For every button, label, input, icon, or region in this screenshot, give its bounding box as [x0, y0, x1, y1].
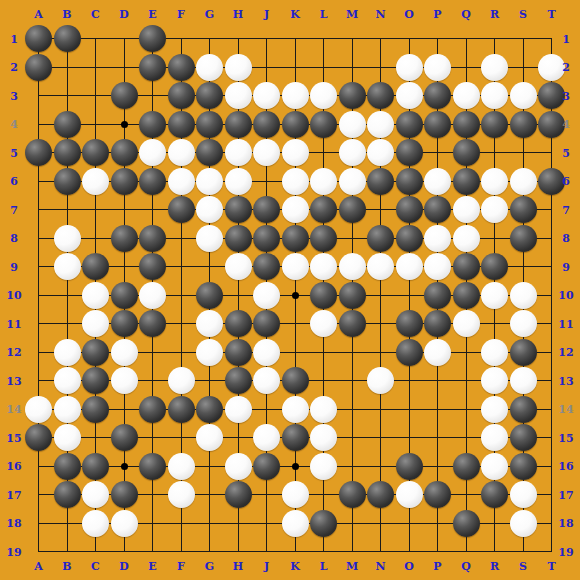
intersection-B14[interactable]: [53, 395, 82, 424]
intersection-D10[interactable]: [110, 281, 139, 310]
intersection-O10[interactable]: [395, 281, 424, 310]
intersection-L10[interactable]: [309, 281, 338, 310]
intersection-O3[interactable]: [395, 81, 424, 110]
intersection-C18[interactable]: [81, 509, 110, 538]
intersection-J12[interactable]: [252, 338, 281, 367]
intersection-Q8[interactable]: [452, 224, 481, 253]
intersection-B2[interactable]: [53, 53, 82, 82]
intersection-Q5[interactable]: [452, 138, 481, 167]
intersection-O7[interactable]: [395, 195, 424, 224]
intersection-P1[interactable]: [423, 24, 452, 53]
intersection-B15[interactable]: [53, 423, 82, 452]
intersection-Q9[interactable]: [452, 252, 481, 281]
intersection-P13[interactable]: [423, 366, 452, 395]
intersection-O8[interactable]: [395, 224, 424, 253]
intersection-D12[interactable]: [110, 338, 139, 367]
intersection-E14[interactable]: [138, 395, 167, 424]
intersection-P3[interactable]: [423, 81, 452, 110]
intersection-A9[interactable]: [24, 252, 53, 281]
intersection-S8[interactable]: [509, 224, 538, 253]
intersection-G14[interactable]: [195, 395, 224, 424]
intersection-L17[interactable]: [309, 480, 338, 509]
intersection-G2[interactable]: [195, 53, 224, 82]
intersection-S7[interactable]: [509, 195, 538, 224]
intersection-B4[interactable]: [53, 110, 82, 139]
intersection-Q11[interactable]: [452, 309, 481, 338]
intersection-F14[interactable]: [167, 395, 196, 424]
intersection-E18[interactable]: [138, 509, 167, 538]
intersection-D1[interactable]: [110, 24, 139, 53]
intersection-G16[interactable]: [195, 452, 224, 481]
intersection-H1[interactable]: [224, 24, 253, 53]
intersection-M7[interactable]: [338, 195, 367, 224]
intersection-D4[interactable]: [110, 110, 139, 139]
intersection-P14[interactable]: [423, 395, 452, 424]
intersection-R9[interactable]: [480, 252, 509, 281]
intersection-L3[interactable]: [309, 81, 338, 110]
intersection-L7[interactable]: [309, 195, 338, 224]
intersection-Q1[interactable]: [452, 24, 481, 53]
intersection-J10[interactable]: [252, 281, 281, 310]
intersection-J9[interactable]: [252, 252, 281, 281]
intersection-F6[interactable]: [167, 167, 196, 196]
intersection-E11[interactable]: [138, 309, 167, 338]
intersection-B5[interactable]: [53, 138, 82, 167]
intersection-O5[interactable]: [395, 138, 424, 167]
intersection-J13[interactable]: [252, 366, 281, 395]
intersection-B6[interactable]: [53, 167, 82, 196]
intersection-N8[interactable]: [366, 224, 395, 253]
intersection-P15[interactable]: [423, 423, 452, 452]
intersection-Q13[interactable]: [452, 366, 481, 395]
intersection-D6[interactable]: [110, 167, 139, 196]
intersection-Q15[interactable]: [452, 423, 481, 452]
intersection-S17[interactable]: [509, 480, 538, 509]
intersection-D18[interactable]: [110, 509, 139, 538]
intersection-D8[interactable]: [110, 224, 139, 253]
intersection-E3[interactable]: [138, 81, 167, 110]
intersection-G5[interactable]: [195, 138, 224, 167]
intersection-A4[interactable]: [24, 110, 53, 139]
intersection-S15[interactable]: [509, 423, 538, 452]
intersection-L18[interactable]: [309, 509, 338, 538]
intersection-S6[interactable]: [509, 167, 538, 196]
intersection-M5[interactable]: [338, 138, 367, 167]
intersection-N4[interactable]: [366, 110, 395, 139]
intersection-J17[interactable]: [252, 480, 281, 509]
intersection-A3[interactable]: [24, 81, 53, 110]
intersection-R4[interactable]: [480, 110, 509, 139]
intersection-O11[interactable]: [395, 309, 424, 338]
intersection-S5[interactable]: [509, 138, 538, 167]
intersection-C14[interactable]: [81, 395, 110, 424]
intersection-H17[interactable]: [224, 480, 253, 509]
intersection-D11[interactable]: [110, 309, 139, 338]
intersection-H8[interactable]: [224, 224, 253, 253]
intersection-J15[interactable]: [252, 423, 281, 452]
intersection-G4[interactable]: [195, 110, 224, 139]
intersection-B3[interactable]: [53, 81, 82, 110]
intersection-M2[interactable]: [338, 53, 367, 82]
intersection-E12[interactable]: [138, 338, 167, 367]
intersection-A18[interactable]: [24, 509, 53, 538]
intersection-F4[interactable]: [167, 110, 196, 139]
intersection-P11[interactable]: [423, 309, 452, 338]
intersection-F16[interactable]: [167, 452, 196, 481]
intersection-E6[interactable]: [138, 167, 167, 196]
intersection-R6[interactable]: [480, 167, 509, 196]
intersection-B1[interactable]: [53, 24, 82, 53]
intersection-E4[interactable]: [138, 110, 167, 139]
intersection-C8[interactable]: [81, 224, 110, 253]
intersection-Q7[interactable]: [452, 195, 481, 224]
intersection-K11[interactable]: [281, 309, 310, 338]
intersection-S1[interactable]: [509, 24, 538, 53]
intersection-R7[interactable]: [480, 195, 509, 224]
intersection-G8[interactable]: [195, 224, 224, 253]
intersection-R3[interactable]: [480, 81, 509, 110]
intersection-O1[interactable]: [395, 24, 424, 53]
intersection-A14[interactable]: [24, 395, 53, 424]
intersection-S12[interactable]: [509, 338, 538, 367]
intersection-R15[interactable]: [480, 423, 509, 452]
intersection-K9[interactable]: [281, 252, 310, 281]
intersection-M10[interactable]: [338, 281, 367, 310]
intersection-N14[interactable]: [366, 395, 395, 424]
intersection-A11[interactable]: [24, 309, 53, 338]
intersection-A5[interactable]: [24, 138, 53, 167]
intersection-S16[interactable]: [509, 452, 538, 481]
intersection-B17[interactable]: [53, 480, 82, 509]
intersection-H9[interactable]: [224, 252, 253, 281]
intersection-G15[interactable]: [195, 423, 224, 452]
intersection-N6[interactable]: [366, 167, 395, 196]
intersection-S14[interactable]: [509, 395, 538, 424]
intersection-O4[interactable]: [395, 110, 424, 139]
intersection-C12[interactable]: [81, 338, 110, 367]
intersection-F12[interactable]: [167, 338, 196, 367]
intersection-M16[interactable]: [338, 452, 367, 481]
intersection-J8[interactable]: [252, 224, 281, 253]
intersection-O13[interactable]: [395, 366, 424, 395]
intersection-J3[interactable]: [252, 81, 281, 110]
intersection-F1[interactable]: [167, 24, 196, 53]
intersection-M18[interactable]: [338, 509, 367, 538]
intersection-K1[interactable]: [281, 24, 310, 53]
intersection-A6[interactable]: [24, 167, 53, 196]
intersection-L1[interactable]: [309, 24, 338, 53]
intersection-R17[interactable]: [480, 480, 509, 509]
intersection-P8[interactable]: [423, 224, 452, 253]
intersection-N1[interactable]: [366, 24, 395, 53]
intersection-O15[interactable]: [395, 423, 424, 452]
intersection-N15[interactable]: [366, 423, 395, 452]
intersection-K14[interactable]: [281, 395, 310, 424]
intersection-N3[interactable]: [366, 81, 395, 110]
intersection-F17[interactable]: [167, 480, 196, 509]
intersection-K6[interactable]: [281, 167, 310, 196]
intersection-Q3[interactable]: [452, 81, 481, 110]
intersection-K7[interactable]: [281, 195, 310, 224]
intersection-C15[interactable]: [81, 423, 110, 452]
intersection-L8[interactable]: [309, 224, 338, 253]
intersection-K3[interactable]: [281, 81, 310, 110]
intersection-L15[interactable]: [309, 423, 338, 452]
intersection-M13[interactable]: [338, 366, 367, 395]
intersection-N5[interactable]: [366, 138, 395, 167]
intersection-H7[interactable]: [224, 195, 253, 224]
intersection-J4[interactable]: [252, 110, 281, 139]
intersection-O17[interactable]: [395, 480, 424, 509]
intersection-K15[interactable]: [281, 423, 310, 452]
intersection-L4[interactable]: [309, 110, 338, 139]
intersection-S10[interactable]: [509, 281, 538, 310]
intersection-C10[interactable]: [81, 281, 110, 310]
intersection-Q17[interactable]: [452, 480, 481, 509]
intersection-D3[interactable]: [110, 81, 139, 110]
intersection-G11[interactable]: [195, 309, 224, 338]
intersection-N16[interactable]: [366, 452, 395, 481]
intersection-C11[interactable]: [81, 309, 110, 338]
intersection-H12[interactable]: [224, 338, 253, 367]
intersection-Q2[interactable]: [452, 53, 481, 82]
intersection-G3[interactable]: [195, 81, 224, 110]
intersection-P16[interactable]: [423, 452, 452, 481]
intersection-D16[interactable]: [110, 452, 139, 481]
intersection-C16[interactable]: [81, 452, 110, 481]
intersection-C9[interactable]: [81, 252, 110, 281]
intersection-J1[interactable]: [252, 24, 281, 53]
intersection-S13[interactable]: [509, 366, 538, 395]
intersection-H14[interactable]: [224, 395, 253, 424]
intersection-G17[interactable]: [195, 480, 224, 509]
intersection-E1[interactable]: [138, 24, 167, 53]
intersection-O16[interactable]: [395, 452, 424, 481]
intersection-H18[interactable]: [224, 509, 253, 538]
intersection-H4[interactable]: [224, 110, 253, 139]
intersection-O6[interactable]: [395, 167, 424, 196]
intersection-G6[interactable]: [195, 167, 224, 196]
intersection-N7[interactable]: [366, 195, 395, 224]
intersection-L13[interactable]: [309, 366, 338, 395]
intersection-C6[interactable]: [81, 167, 110, 196]
intersection-F8[interactable]: [167, 224, 196, 253]
intersection-L2[interactable]: [309, 53, 338, 82]
intersection-Q16[interactable]: [452, 452, 481, 481]
intersection-L6[interactable]: [309, 167, 338, 196]
intersection-P6[interactable]: [423, 167, 452, 196]
intersection-S4[interactable]: [509, 110, 538, 139]
intersection-M9[interactable]: [338, 252, 367, 281]
intersection-O18[interactable]: [395, 509, 424, 538]
intersection-J2[interactable]: [252, 53, 281, 82]
intersection-S18[interactable]: [509, 509, 538, 538]
intersection-K10[interactable]: [281, 281, 310, 310]
intersection-M14[interactable]: [338, 395, 367, 424]
intersection-H2[interactable]: [224, 53, 253, 82]
intersection-N9[interactable]: [366, 252, 395, 281]
intersection-G13[interactable]: [195, 366, 224, 395]
intersection-S3[interactable]: [509, 81, 538, 110]
intersection-Q4[interactable]: [452, 110, 481, 139]
intersection-B13[interactable]: [53, 366, 82, 395]
intersection-M4[interactable]: [338, 110, 367, 139]
intersection-D7[interactable]: [110, 195, 139, 224]
intersection-K16[interactable]: [281, 452, 310, 481]
intersection-F3[interactable]: [167, 81, 196, 110]
intersection-P9[interactable]: [423, 252, 452, 281]
intersection-J16[interactable]: [252, 452, 281, 481]
intersection-D14[interactable]: [110, 395, 139, 424]
intersection-M12[interactable]: [338, 338, 367, 367]
intersection-G1[interactable]: [195, 24, 224, 53]
intersection-C3[interactable]: [81, 81, 110, 110]
intersection-K8[interactable]: [281, 224, 310, 253]
intersection-E17[interactable]: [138, 480, 167, 509]
intersection-J6[interactable]: [252, 167, 281, 196]
intersection-G7[interactable]: [195, 195, 224, 224]
intersection-A7[interactable]: [24, 195, 53, 224]
intersection-M17[interactable]: [338, 480, 367, 509]
intersection-F2[interactable]: [167, 53, 196, 82]
intersection-K17[interactable]: [281, 480, 310, 509]
intersection-C13[interactable]: [81, 366, 110, 395]
intersection-B10[interactable]: [53, 281, 82, 310]
intersection-A16[interactable]: [24, 452, 53, 481]
intersection-P2[interactable]: [423, 53, 452, 82]
intersection-A12[interactable]: [24, 338, 53, 367]
intersection-D9[interactable]: [110, 252, 139, 281]
intersection-P10[interactable]: [423, 281, 452, 310]
intersection-A15[interactable]: [24, 423, 53, 452]
intersection-K5[interactable]: [281, 138, 310, 167]
intersection-D13[interactable]: [110, 366, 139, 395]
intersection-Q10[interactable]: [452, 281, 481, 310]
intersection-P17[interactable]: [423, 480, 452, 509]
intersection-J18[interactable]: [252, 509, 281, 538]
intersection-P5[interactable]: [423, 138, 452, 167]
intersection-L11[interactable]: [309, 309, 338, 338]
intersection-K2[interactable]: [281, 53, 310, 82]
intersection-R14[interactable]: [480, 395, 509, 424]
intersection-P7[interactable]: [423, 195, 452, 224]
intersection-R16[interactable]: [480, 452, 509, 481]
intersection-B11[interactable]: [53, 309, 82, 338]
intersection-N17[interactable]: [366, 480, 395, 509]
intersection-Q14[interactable]: [452, 395, 481, 424]
intersection-F11[interactable]: [167, 309, 196, 338]
intersection-M11[interactable]: [338, 309, 367, 338]
intersection-A8[interactable]: [24, 224, 53, 253]
intersection-N2[interactable]: [366, 53, 395, 82]
intersection-E8[interactable]: [138, 224, 167, 253]
intersection-L12[interactable]: [309, 338, 338, 367]
intersection-B18[interactable]: [53, 509, 82, 538]
intersection-J14[interactable]: [252, 395, 281, 424]
intersection-Q6[interactable]: [452, 167, 481, 196]
intersection-B12[interactable]: [53, 338, 82, 367]
intersection-K13[interactable]: [281, 366, 310, 395]
intersection-Q18[interactable]: [452, 509, 481, 538]
intersection-D5[interactable]: [110, 138, 139, 167]
intersection-A10[interactable]: [24, 281, 53, 310]
intersection-D2[interactable]: [110, 53, 139, 82]
intersection-L16[interactable]: [309, 452, 338, 481]
intersection-K18[interactable]: [281, 509, 310, 538]
intersection-B16[interactable]: [53, 452, 82, 481]
intersection-L5[interactable]: [309, 138, 338, 167]
intersection-F13[interactable]: [167, 366, 196, 395]
intersection-F7[interactable]: [167, 195, 196, 224]
intersection-M6[interactable]: [338, 167, 367, 196]
intersection-G10[interactable]: [195, 281, 224, 310]
intersection-E5[interactable]: [138, 138, 167, 167]
intersection-R1[interactable]: [480, 24, 509, 53]
intersection-R12[interactable]: [480, 338, 509, 367]
intersection-O2[interactable]: [395, 53, 424, 82]
intersection-C7[interactable]: [81, 195, 110, 224]
intersection-B7[interactable]: [53, 195, 82, 224]
intersection-J11[interactable]: [252, 309, 281, 338]
intersection-H13[interactable]: [224, 366, 253, 395]
intersection-A17[interactable]: [24, 480, 53, 509]
intersection-A2[interactable]: [24, 53, 53, 82]
intersection-M1[interactable]: [338, 24, 367, 53]
intersection-E13[interactable]: [138, 366, 167, 395]
intersection-O12[interactable]: [395, 338, 424, 367]
intersection-C17[interactable]: [81, 480, 110, 509]
intersection-C4[interactable]: [81, 110, 110, 139]
intersection-R8[interactable]: [480, 224, 509, 253]
intersection-H6[interactable]: [224, 167, 253, 196]
intersection-M3[interactable]: [338, 81, 367, 110]
intersection-A1[interactable]: [24, 24, 53, 53]
intersection-E9[interactable]: [138, 252, 167, 281]
intersection-H3[interactable]: [224, 81, 253, 110]
intersection-E2[interactable]: [138, 53, 167, 82]
intersection-R2[interactable]: [480, 53, 509, 82]
intersection-N13[interactable]: [366, 366, 395, 395]
intersection-E16[interactable]: [138, 452, 167, 481]
intersection-E7[interactable]: [138, 195, 167, 224]
intersection-N12[interactable]: [366, 338, 395, 367]
intersection-C1[interactable]: [81, 24, 110, 53]
intersection-C5[interactable]: [81, 138, 110, 167]
intersection-S11[interactable]: [509, 309, 538, 338]
intersection-L9[interactable]: [309, 252, 338, 281]
intersection-S9[interactable]: [509, 252, 538, 281]
intersection-B9[interactable]: [53, 252, 82, 281]
intersection-B8[interactable]: [53, 224, 82, 253]
intersection-F10[interactable]: [167, 281, 196, 310]
intersection-E10[interactable]: [138, 281, 167, 310]
intersection-H16[interactable]: [224, 452, 253, 481]
intersection-N10[interactable]: [366, 281, 395, 310]
intersection-H10[interactable]: [224, 281, 253, 310]
intersection-G9[interactable]: [195, 252, 224, 281]
intersection-O9[interactable]: [395, 252, 424, 281]
intersection-S2[interactable]: [509, 53, 538, 82]
intersection-M15[interactable]: [338, 423, 367, 452]
intersection-C2[interactable]: [81, 53, 110, 82]
intersection-P4[interactable]: [423, 110, 452, 139]
intersection-H15[interactable]: [224, 423, 253, 452]
intersection-N18[interactable]: [366, 509, 395, 538]
intersection-H5[interactable]: [224, 138, 253, 167]
intersection-G12[interactable]: [195, 338, 224, 367]
intersection-A13[interactable]: [24, 366, 53, 395]
intersection-D17[interactable]: [110, 480, 139, 509]
